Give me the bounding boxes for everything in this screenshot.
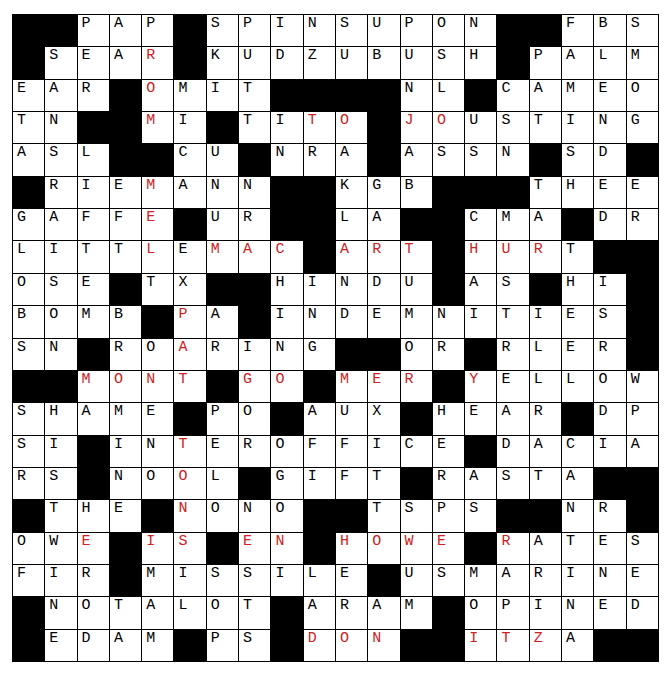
cell-r19c11[interactable]: R — [336, 597, 367, 628]
cell-r20c2[interactable]: E — [45, 630, 76, 661]
cell-r6c19[interactable]: E — [594, 177, 625, 208]
cell-r2c12[interactable]: B — [368, 47, 399, 78]
cell-r10c17[interactable]: I — [530, 306, 561, 337]
cell-r12c6[interactable]: T — [174, 371, 205, 402]
cell-r20c18[interactable]: A — [562, 630, 593, 661]
cell-r14c5[interactable]: N — [142, 436, 173, 467]
cell-r17c11[interactable]: H — [336, 533, 367, 564]
cell-r10c12[interactable]: E — [368, 306, 399, 337]
cell-r12c3[interactable]: M — [78, 371, 109, 402]
cell-r8c6[interactable]: E — [174, 241, 205, 272]
cell-r13c3[interactable]: A — [78, 403, 109, 434]
cell-r13c11[interactable]: U — [336, 403, 367, 434]
cell-r5c19[interactable]: D — [594, 144, 625, 175]
cell-r5c13[interactable]: A — [401, 144, 432, 175]
cell-r9c16[interactable]: S — [497, 274, 528, 305]
cell-r14c16[interactable]: D — [497, 436, 528, 467]
cell-r3c7[interactable]: I — [207, 80, 238, 111]
cell-r2c18[interactable]: A — [562, 47, 593, 78]
cell-r12c13[interactable]: R — [401, 371, 432, 402]
cell-r6c5[interactable]: M — [142, 177, 173, 208]
cell-r9c13[interactable]: U — [401, 274, 432, 305]
cell-r19c12[interactable]: A — [368, 597, 399, 628]
cell-r14c18[interactable]: C — [562, 436, 593, 467]
cell-r10c14[interactable]: N — [433, 306, 464, 337]
cell-r14c19[interactable]: I — [594, 436, 625, 467]
cell-r4c16[interactable]: S — [497, 112, 528, 143]
cell-r4c10[interactable]: T — [304, 112, 335, 143]
cell-r8c4[interactable]: T — [110, 241, 141, 272]
cell-r18c18[interactable]: I — [562, 565, 593, 596]
cell-r1c3[interactable]: P — [78, 15, 109, 46]
cell-r3c5[interactable]: O — [142, 80, 173, 111]
cell-r5c15[interactable]: S — [465, 144, 496, 175]
cell-r3c13[interactable]: N — [401, 80, 432, 111]
cell-r17c5[interactable]: I — [142, 533, 173, 564]
cell-r14c12[interactable]: I — [368, 436, 399, 467]
cell-r8c12[interactable]: R — [368, 241, 399, 272]
cell-r7c17[interactable]: A — [530, 209, 561, 240]
cell-r15c16[interactable]: S — [497, 468, 528, 499]
cell-r4c8[interactable]: T — [239, 112, 270, 143]
cell-r16c7[interactable]: O — [207, 500, 238, 531]
cell-r2c20[interactable]: M — [627, 47, 658, 78]
cell-r13c15[interactable]: E — [465, 403, 496, 434]
cell-r9c18[interactable]: H — [562, 274, 593, 305]
cell-r11c19[interactable]: R — [594, 339, 625, 370]
cell-r13c10[interactable]: A — [304, 403, 335, 434]
cell-r13c1[interactable]: S — [13, 403, 44, 434]
cell-r18c14[interactable]: S — [433, 565, 464, 596]
cell-r13c12[interactable]: X — [368, 403, 399, 434]
cell-r9c1[interactable]: O — [13, 274, 44, 305]
cell-r6c2[interactable]: R — [45, 177, 76, 208]
cell-r1c8[interactable]: P — [239, 15, 270, 46]
cell-r4c15[interactable]: U — [465, 112, 496, 143]
cell-r17c2[interactable]: W — [45, 533, 76, 564]
cell-r7c20[interactable]: R — [627, 209, 658, 240]
cell-r11c16[interactable]: R — [497, 339, 528, 370]
cell-r6c3[interactable]: I — [78, 177, 109, 208]
cell-r11c18[interactable]: E — [562, 339, 593, 370]
cell-r4c14[interactable]: O — [433, 112, 464, 143]
cell-r15c4[interactable]: N — [110, 468, 141, 499]
cell-r14c9[interactable]: O — [271, 436, 302, 467]
cell-r1c10[interactable]: N — [304, 15, 335, 46]
cell-r14c7[interactable]: E — [207, 436, 238, 467]
cell-r2c5[interactable]: R — [142, 47, 173, 78]
cell-r16c15[interactable]: S — [465, 500, 496, 531]
cell-r1c15[interactable]: N — [465, 15, 496, 46]
cell-r1c18[interactable]: F — [562, 15, 593, 46]
cell-r15c7[interactable]: L — [207, 468, 238, 499]
cell-r11c5[interactable]: O — [142, 339, 173, 370]
cell-r8c16[interactable]: U — [497, 241, 528, 272]
cell-r8c5[interactable]: L — [142, 241, 173, 272]
cell-r11c10[interactable]: G — [304, 339, 335, 370]
cell-r6c4[interactable]: E — [110, 177, 141, 208]
cell-r2c13[interactable]: U — [401, 47, 432, 78]
cell-r16c3[interactable]: H — [78, 500, 109, 531]
cell-r10c11[interactable]: D — [336, 306, 367, 337]
cell-r16c12[interactable]: T — [368, 500, 399, 531]
cell-r17c8[interactable]: E — [239, 533, 270, 564]
cell-r9c9[interactable]: H — [271, 274, 302, 305]
cell-r2c19[interactable]: L — [594, 47, 625, 78]
cell-r15c11[interactable]: F — [336, 468, 367, 499]
cell-r18c5[interactable]: M — [142, 565, 173, 596]
cell-r4c19[interactable]: N — [594, 112, 625, 143]
cell-r14c4[interactable]: I — [110, 436, 141, 467]
cell-r19c15[interactable]: O — [465, 597, 496, 628]
cell-r17c19[interactable]: E — [594, 533, 625, 564]
cell-r6c12[interactable]: G — [368, 177, 399, 208]
cell-r3c18[interactable]: M — [562, 80, 593, 111]
cell-r2c8[interactable]: U — [239, 47, 270, 78]
cell-r2c4[interactable]: A — [110, 47, 141, 78]
cell-r11c4[interactable]: R — [110, 339, 141, 370]
cell-r4c2[interactable]: N — [45, 112, 76, 143]
cell-r5c18[interactable]: S — [562, 144, 593, 175]
cell-r5c2[interactable]: S — [45, 144, 76, 175]
cell-r17c14[interactable]: E — [433, 533, 464, 564]
cell-r9c5[interactable]: T — [142, 274, 173, 305]
cell-r3c8[interactable]: T — [239, 80, 270, 111]
cell-r11c2[interactable]: N — [45, 339, 76, 370]
cell-r18c19[interactable]: N — [594, 565, 625, 596]
cell-r19c20[interactable]: D — [627, 597, 658, 628]
cell-r8c11[interactable]: A — [336, 241, 367, 272]
cell-r4c9[interactable]: I — [271, 112, 302, 143]
cell-r4c11[interactable]: O — [336, 112, 367, 143]
cell-r8c7[interactable]: M — [207, 241, 238, 272]
cell-r10c15[interactable]: I — [465, 306, 496, 337]
cell-r1c5[interactable]: P — [142, 15, 173, 46]
cell-r19c17[interactable]: I — [530, 597, 561, 628]
cell-r19c19[interactable]: E — [594, 597, 625, 628]
cell-r20c12[interactable]: N — [368, 630, 399, 661]
cell-r11c17[interactable]: L — [530, 339, 561, 370]
cell-r3c16[interactable]: C — [497, 80, 528, 111]
cell-r19c16[interactable]: P — [497, 597, 528, 628]
cell-r19c2[interactable]: N — [45, 597, 76, 628]
cell-r20c16[interactable]: T — [497, 630, 528, 661]
cell-r8c1[interactable]: L — [13, 241, 44, 272]
cell-r10c16[interactable]: T — [497, 306, 528, 337]
cell-r11c6[interactable]: A — [174, 339, 205, 370]
cell-r16c2[interactable]: T — [45, 500, 76, 531]
cell-r6c18[interactable]: H — [562, 177, 593, 208]
cell-r5c7[interactable]: U — [207, 144, 238, 175]
cell-r1c7[interactable]: S — [207, 15, 238, 46]
cell-r16c6[interactable]: N — [174, 500, 205, 531]
cell-r11c7[interactable]: R — [207, 339, 238, 370]
cell-r9c12[interactable]: D — [368, 274, 399, 305]
cell-r12c20[interactable]: W — [627, 371, 658, 402]
cell-r14c11[interactable]: F — [336, 436, 367, 467]
cell-r11c1[interactable]: S — [13, 339, 44, 370]
cell-r6c20[interactable]: E — [627, 177, 658, 208]
cell-r4c20[interactable]: G — [627, 112, 658, 143]
cell-r5c1[interactable]: A — [13, 144, 44, 175]
cell-r18c6[interactable]: I — [174, 565, 205, 596]
cell-r16c19[interactable]: R — [594, 500, 625, 531]
cell-r16c18[interactable]: N — [562, 500, 593, 531]
cell-r17c6[interactable]: S — [174, 533, 205, 564]
cell-r9c15[interactable]: A — [465, 274, 496, 305]
cell-r3c1[interactable]: E — [13, 80, 44, 111]
cell-r7c12[interactable]: A — [368, 209, 399, 240]
cell-r16c14[interactable]: P — [433, 500, 464, 531]
cell-r18c10[interactable]: L — [304, 565, 335, 596]
cell-r19c5[interactable]: A — [142, 597, 173, 628]
cell-r2c15[interactable]: H — [465, 47, 496, 78]
cell-r7c11[interactable]: L — [336, 209, 367, 240]
cell-r3c2[interactable]: A — [45, 80, 76, 111]
cell-r11c13[interactable]: O — [401, 339, 432, 370]
cell-r2c7[interactable]: K — [207, 47, 238, 78]
cell-r12c17[interactable]: L — [530, 371, 561, 402]
cell-r12c19[interactable]: O — [594, 371, 625, 402]
cell-r2c10[interactable]: Z — [304, 47, 335, 78]
cell-r2c14[interactable]: S — [433, 47, 464, 78]
cell-r13c5[interactable]: E — [142, 403, 173, 434]
cell-r4c1[interactable]: T — [13, 112, 44, 143]
cell-r1c12[interactable]: U — [368, 15, 399, 46]
cell-r17c12[interactable]: O — [368, 533, 399, 564]
cell-r10c6[interactable]: P — [174, 306, 205, 337]
cell-r15c18[interactable]: A — [562, 468, 593, 499]
cell-r17c9[interactable]: N — [271, 533, 302, 564]
cell-r12c5[interactable]: N — [142, 371, 173, 402]
cell-r2c2[interactable]: S — [45, 47, 76, 78]
cell-r4c6[interactable]: I — [174, 112, 205, 143]
cell-r10c4[interactable]: B — [110, 306, 141, 337]
cell-r20c3[interactable]: D — [78, 630, 109, 661]
cell-r12c16[interactable]: E — [497, 371, 528, 402]
cell-r8c13[interactable]: T — [401, 241, 432, 272]
cell-r16c9[interactable]: O — [271, 500, 302, 531]
cell-r15c12[interactable]: T — [368, 468, 399, 499]
cell-r20c10[interactable]: D — [304, 630, 335, 661]
cell-r19c7[interactable]: O — [207, 597, 238, 628]
cell-r15c5[interactable]: O — [142, 468, 173, 499]
cell-r6c17[interactable]: T — [530, 177, 561, 208]
cell-r12c11[interactable]: M — [336, 371, 367, 402]
cell-r9c10[interactable]: I — [304, 274, 335, 305]
cell-r14c10[interactable]: F — [304, 436, 335, 467]
cell-r4c5[interactable]: M — [142, 112, 173, 143]
cell-r10c10[interactable]: N — [304, 306, 335, 337]
cell-r13c4[interactable]: M — [110, 403, 141, 434]
cell-r12c15[interactable]: Y — [465, 371, 496, 402]
cell-r15c10[interactable]: I — [304, 468, 335, 499]
cell-r14c6[interactable]: T — [174, 436, 205, 467]
cell-r1c20[interactable]: S — [627, 15, 658, 46]
cell-r14c1[interactable]: S — [13, 436, 44, 467]
cell-r13c16[interactable]: A — [497, 403, 528, 434]
cell-r16c8[interactable]: N — [239, 500, 270, 531]
cell-r8c9[interactable]: C — [271, 241, 302, 272]
cell-r15c15[interactable]: A — [465, 468, 496, 499]
cell-r7c5[interactable]: E — [142, 209, 173, 240]
cell-r19c10[interactable]: A — [304, 597, 335, 628]
cell-r17c20[interactable]: S — [627, 533, 658, 564]
cell-r19c13[interactable]: M — [401, 597, 432, 628]
cell-r13c8[interactable]: O — [239, 403, 270, 434]
cell-r15c14[interactable]: R — [433, 468, 464, 499]
cell-r13c17[interactable]: R — [530, 403, 561, 434]
cell-r8c8[interactable]: A — [239, 241, 270, 272]
cell-r5c14[interactable]: S — [433, 144, 464, 175]
cell-r14c17[interactable]: A — [530, 436, 561, 467]
cell-r3c17[interactable]: A — [530, 80, 561, 111]
cell-r16c13[interactable]: S — [401, 500, 432, 531]
cell-r3c6[interactable]: M — [174, 80, 205, 111]
cell-r9c3[interactable]: E — [78, 274, 109, 305]
cell-r5c16[interactable]: N — [497, 144, 528, 175]
cell-r5c10[interactable]: R — [304, 144, 335, 175]
cell-r14c20[interactable]: A — [627, 436, 658, 467]
cell-r18c15[interactable]: M — [465, 565, 496, 596]
cell-r18c1[interactable]: F — [13, 565, 44, 596]
cell-r2c17[interactable]: P — [530, 47, 561, 78]
cell-r11c9[interactable]: N — [271, 339, 302, 370]
cell-r6c11[interactable]: K — [336, 177, 367, 208]
cell-r18c17[interactable]: R — [530, 565, 561, 596]
cell-r6c7[interactable]: N — [207, 177, 238, 208]
cell-r9c2[interactable]: S — [45, 274, 76, 305]
cell-r18c8[interactable]: S — [239, 565, 270, 596]
cell-r7c2[interactable]: A — [45, 209, 76, 240]
cell-r9c11[interactable]: N — [336, 274, 367, 305]
cell-r20c11[interactable]: O — [336, 630, 367, 661]
cell-r19c4[interactable]: T — [110, 597, 141, 628]
cell-r14c2[interactable]: I — [45, 436, 76, 467]
cell-r1c13[interactable]: P — [401, 15, 432, 46]
cell-r5c3[interactable]: L — [78, 144, 109, 175]
cell-r7c7[interactable]: U — [207, 209, 238, 240]
cell-r15c6[interactable]: O — [174, 468, 205, 499]
cell-r2c3[interactable]: E — [78, 47, 109, 78]
cell-r11c14[interactable]: R — [433, 339, 464, 370]
cell-r19c8[interactable]: T — [239, 597, 270, 628]
cell-r3c3[interactable]: R — [78, 80, 109, 111]
cell-r8c15[interactable]: H — [465, 241, 496, 272]
cell-r14c14[interactable]: E — [433, 436, 464, 467]
cell-r13c7[interactable]: P — [207, 403, 238, 434]
cell-r19c3[interactable]: O — [78, 597, 109, 628]
cell-r4c17[interactable]: T — [530, 112, 561, 143]
cell-r10c9[interactable]: I — [271, 306, 302, 337]
cell-r6c6[interactable]: A — [174, 177, 205, 208]
cell-r20c4[interactable]: A — [110, 630, 141, 661]
cell-r13c19[interactable]: D — [594, 403, 625, 434]
cell-r1c9[interactable]: I — [271, 15, 302, 46]
cell-r8c18[interactable]: T — [562, 241, 593, 272]
cell-r7c8[interactable]: R — [239, 209, 270, 240]
cell-r14c8[interactable]: R — [239, 436, 270, 467]
cell-r17c13[interactable]: W — [401, 533, 432, 564]
cell-r20c5[interactable]: M — [142, 630, 173, 661]
cell-r20c15[interactable]: I — [465, 630, 496, 661]
cell-r12c12[interactable]: E — [368, 371, 399, 402]
cell-r1c19[interactable]: B — [594, 15, 625, 46]
cell-r8c3[interactable]: T — [78, 241, 109, 272]
cell-r10c1[interactable]: B — [13, 306, 44, 337]
cell-r9c6[interactable]: X — [174, 274, 205, 305]
cell-r18c2[interactable]: I — [45, 565, 76, 596]
cell-r10c19[interactable]: S — [594, 306, 625, 337]
cell-r7c19[interactable]: D — [594, 209, 625, 240]
cell-r1c11[interactable]: S — [336, 15, 367, 46]
cell-r6c13[interactable]: B — [401, 177, 432, 208]
cell-r8c17[interactable]: R — [530, 241, 561, 272]
cell-r1c4[interactable]: A — [110, 15, 141, 46]
cell-r7c4[interactable]: F — [110, 209, 141, 240]
cell-r3c20[interactable]: O — [627, 80, 658, 111]
cell-r19c18[interactable]: N — [562, 597, 593, 628]
cell-r7c15[interactable]: C — [465, 209, 496, 240]
cell-r10c18[interactable]: E — [562, 306, 593, 337]
cell-r11c8[interactable]: I — [239, 339, 270, 370]
cell-r17c16[interactable]: R — [497, 533, 528, 564]
cell-r5c9[interactable]: N — [271, 144, 302, 175]
cell-r7c3[interactable]: F — [78, 209, 109, 240]
cell-r10c7[interactable]: A — [207, 306, 238, 337]
cell-r18c7[interactable]: S — [207, 565, 238, 596]
cell-r4c18[interactable]: I — [562, 112, 593, 143]
cell-r18c20[interactable]: E — [627, 565, 658, 596]
cell-r3c14[interactable]: L — [433, 80, 464, 111]
cell-r10c3[interactable]: M — [78, 306, 109, 337]
cell-r15c2[interactable]: S — [45, 468, 76, 499]
cell-r5c6[interactable]: C — [174, 144, 205, 175]
cell-r15c9[interactable]: G — [271, 468, 302, 499]
cell-r13c14[interactable]: H — [433, 403, 464, 434]
cell-r1c14[interactable]: O — [433, 15, 464, 46]
cell-r13c20[interactable]: P — [627, 403, 658, 434]
cell-r17c3[interactable]: E — [78, 533, 109, 564]
cell-r18c3[interactable]: R — [78, 565, 109, 596]
cell-r10c13[interactable]: M — [401, 306, 432, 337]
cell-r17c17[interactable]: A — [530, 533, 561, 564]
cell-r6c8[interactable]: N — [239, 177, 270, 208]
cell-r18c13[interactable]: U — [401, 565, 432, 596]
cell-r8c2[interactable]: I — [45, 241, 76, 272]
cell-r20c7[interactable]: P — [207, 630, 238, 661]
cell-r15c1[interactable]: R — [13, 468, 44, 499]
cell-r7c1[interactable]: G — [13, 209, 44, 240]
cell-r9c19[interactable]: I — [594, 274, 625, 305]
cell-r17c1[interactable]: O — [13, 533, 44, 564]
cell-r18c9[interactable]: I — [271, 565, 302, 596]
cell-r20c8[interactable]: S — [239, 630, 270, 661]
cell-r14c13[interactable]: C — [401, 436, 432, 467]
cell-r18c16[interactable]: A — [497, 565, 528, 596]
cell-r3c19[interactable]: E — [594, 80, 625, 111]
cell-r12c8[interactable]: G — [239, 371, 270, 402]
cell-r7c16[interactable]: M — [497, 209, 528, 240]
cell-r2c11[interactable]: U — [336, 47, 367, 78]
cell-r17c18[interactable]: T — [562, 533, 593, 564]
cell-r12c18[interactable]: L — [562, 371, 593, 402]
cell-r12c9[interactable]: O — [271, 371, 302, 402]
cell-r18c11[interactable]: E — [336, 565, 367, 596]
cell-r13c2[interactable]: H — [45, 403, 76, 434]
cell-r4c13[interactable]: J — [401, 112, 432, 143]
cell-r20c17[interactable]: Z — [530, 630, 561, 661]
